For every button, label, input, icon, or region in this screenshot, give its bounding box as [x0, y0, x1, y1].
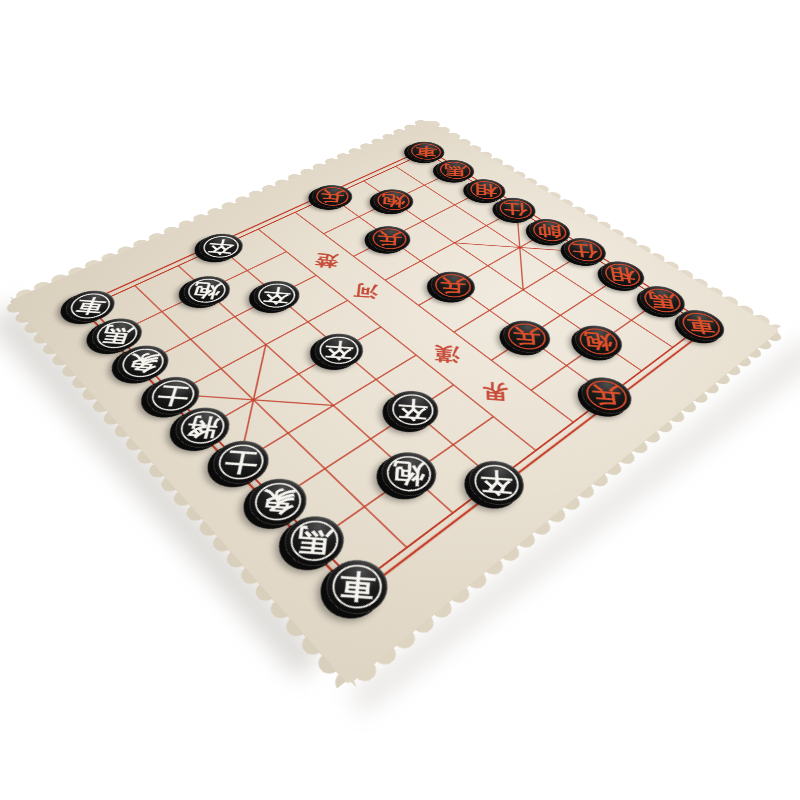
piece-glyph: 炮 [392, 460, 425, 488]
piece-red-soldier[interactable]: 兵 [304, 181, 360, 213]
piece-black-soldier[interactable]: 卒 [458, 452, 535, 514]
piece-glyph: 將 [184, 414, 222, 440]
piece-black-soldier[interactable]: 卒 [191, 229, 251, 266]
piece-red-soldier[interactable]: 兵 [494, 314, 560, 359]
xiangqi-board-cloth: 楚 河 漢 界 車馬相仕炮兵帥仕兵相卒馬兵車卒炮炮兵車卒馬兵象卒士將卒炮士象馬車 [9, 120, 781, 686]
piece-glyph: 馬 [647, 291, 677, 310]
product-photo-stage: 楚 河 漢 界 車馬相仕炮兵帥仕兵相卒馬兵車卒炮炮兵車卒馬兵象卒士將卒炮士象馬車 [0, 0, 800, 800]
piece-red-cannon[interactable]: 炮 [366, 185, 422, 217]
piece-glyph: 仕 [504, 202, 529, 217]
piece-glyph: 卒 [261, 286, 292, 305]
piece-glyph: 帥 [537, 223, 563, 239]
piece-glyph: 炮 [191, 281, 223, 300]
piece-glyph: 車 [415, 145, 437, 158]
piece-glyph: 馬 [295, 525, 334, 557]
piece-glyph: 炮 [381, 193, 406, 208]
piece-black-cannon[interactable]: 炮 [371, 444, 448, 505]
piece-glyph: 卒 [323, 339, 354, 361]
piece-black-cannon[interactable]: 炮 [175, 270, 239, 311]
piece-glyph: 兵 [319, 189, 345, 204]
piece-glyph: 馬 [444, 163, 467, 177]
piece-red-soldier[interactable]: 兵 [572, 370, 642, 421]
piece-red-soldier[interactable]: 兵 [360, 221, 419, 257]
piece-glyph: 卒 [397, 397, 428, 422]
piece-glyph: 兵 [376, 230, 402, 247]
piece-glyph: 象 [259, 487, 297, 517]
piece-glyph: 車 [337, 569, 376, 603]
piece-black-soldier[interactable]: 卒 [305, 327, 373, 374]
piece-glyph: 相 [474, 183, 497, 198]
piece-glyph: 兵 [590, 384, 623, 407]
piece-black-soldier[interactable]: 卒 [377, 384, 449, 437]
piece-glyph: 仕 [572, 242, 599, 259]
piece-glyph: 兵 [440, 276, 466, 295]
pieces-layer: 車馬相仕炮兵帥仕兵相卒馬兵車卒炮炮兵車卒馬兵象卒士將卒炮士象馬車 [9, 120, 781, 686]
piece-red-cannon[interactable]: 炮 [566, 319, 632, 364]
piece-glyph: 相 [608, 266, 637, 284]
piece-glyph: 卒 [480, 469, 513, 497]
piece-black-soldier[interactable]: 卒 [245, 275, 309, 317]
piece-glyph: 兵 [512, 326, 541, 347]
piece-glyph: 炮 [583, 331, 614, 352]
piece-glyph: 士 [154, 383, 191, 407]
piece-red-soldier[interactable]: 兵 [422, 266, 484, 306]
piece-glyph: 士 [222, 448, 260, 476]
piece-glyph: 卒 [206, 238, 236, 255]
